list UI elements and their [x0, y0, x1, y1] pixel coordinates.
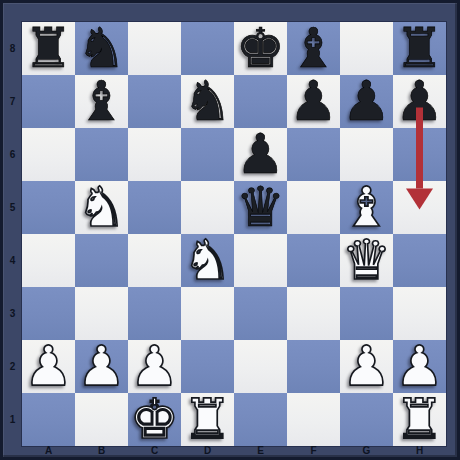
square-f8[interactable]: ♝ [287, 22, 340, 75]
square-g2[interactable]: ♟ [340, 340, 393, 393]
white-pawn-g2[interactable]: ♟ [340, 340, 393, 393]
rank-label-2: 2 [3, 340, 22, 393]
file-label-c: C [128, 444, 181, 457]
square-d3[interactable] [181, 287, 234, 340]
white-queen-g4[interactable]: ♛ [340, 234, 393, 287]
square-g3[interactable] [340, 287, 393, 340]
square-e1[interactable] [234, 393, 287, 446]
white-pawn-a2[interactable]: ♟ [22, 340, 75, 393]
rank-label-6: 6 [3, 128, 22, 181]
square-e7[interactable] [234, 75, 287, 128]
white-knight-b5[interactable]: ♞ [75, 181, 128, 234]
square-d8[interactable] [181, 22, 234, 75]
square-f2[interactable] [287, 340, 340, 393]
white-knight-d4[interactable]: ♞ [181, 234, 234, 287]
square-h6[interactable] [393, 128, 446, 181]
file-label-f: F [287, 444, 340, 457]
black-rook-a8[interactable]: ♜ [22, 22, 75, 75]
white-pawn-c2[interactable]: ♟ [128, 340, 181, 393]
square-a1[interactable] [22, 393, 75, 446]
square-d4[interactable]: ♞ [181, 234, 234, 287]
square-e6[interactable]: ♟ [234, 128, 287, 181]
white-pawn-b2[interactable]: ♟ [75, 340, 128, 393]
square-g4[interactable]: ♛ [340, 234, 393, 287]
black-rook-h8[interactable]: ♜ [393, 22, 446, 75]
square-h8[interactable]: ♜ [393, 22, 446, 75]
chess-board: ♜♞♚♝♜♝♞♟♟♟♟♞♛♝♞♛♟♟♟♟♟♚♜♜ [22, 22, 446, 446]
black-bishop-f8[interactable]: ♝ [287, 22, 340, 75]
file-labels: ABCDEFGH [22, 444, 446, 457]
square-c8[interactable] [128, 22, 181, 75]
square-h1[interactable]: ♜ [393, 393, 446, 446]
square-g7[interactable]: ♟ [340, 75, 393, 128]
square-f3[interactable] [287, 287, 340, 340]
square-e4[interactable] [234, 234, 287, 287]
square-d1[interactable]: ♜ [181, 393, 234, 446]
square-a4[interactable] [22, 234, 75, 287]
square-e8[interactable]: ♚ [234, 22, 287, 75]
square-f7[interactable]: ♟ [287, 75, 340, 128]
square-a5[interactable] [22, 181, 75, 234]
file-label-e: E [234, 444, 287, 457]
square-c2[interactable]: ♟ [128, 340, 181, 393]
square-b3[interactable] [75, 287, 128, 340]
file-label-h: H [393, 444, 446, 457]
white-rook-d1[interactable]: ♜ [181, 393, 234, 446]
square-b4[interactable] [75, 234, 128, 287]
square-e5[interactable]: ♛ [234, 181, 287, 234]
square-c7[interactable] [128, 75, 181, 128]
square-f4[interactable] [287, 234, 340, 287]
square-a6[interactable] [22, 128, 75, 181]
rank-label-3: 3 [3, 287, 22, 340]
rank-label-7: 7 [3, 75, 22, 128]
square-h5[interactable] [393, 181, 446, 234]
square-c3[interactable] [128, 287, 181, 340]
square-d5[interactable] [181, 181, 234, 234]
chess-board-frame: ♜♞♚♝♜♝♞♟♟♟♟♞♛♝♞♛♟♟♟♟♟♚♜♜ 87654321 ABCDEF… [0, 0, 460, 460]
square-a8[interactable]: ♜ [22, 22, 75, 75]
square-d7[interactable]: ♞ [181, 75, 234, 128]
square-h7[interactable]: ♟ [393, 75, 446, 128]
black-king-e8[interactable]: ♚ [234, 22, 287, 75]
file-label-g: G [340, 444, 393, 457]
square-f5[interactable] [287, 181, 340, 234]
black-knight-d7[interactable]: ♞ [181, 75, 234, 128]
square-b1[interactable] [75, 393, 128, 446]
square-a7[interactable] [22, 75, 75, 128]
square-a2[interactable]: ♟ [22, 340, 75, 393]
black-pawn-h7[interactable]: ♟ [393, 75, 446, 128]
square-e3[interactable] [234, 287, 287, 340]
square-h2[interactable]: ♟ [393, 340, 446, 393]
square-d2[interactable] [181, 340, 234, 393]
square-b2[interactable]: ♟ [75, 340, 128, 393]
square-h4[interactable] [393, 234, 446, 287]
rank-label-8: 8 [3, 22, 22, 75]
square-g5[interactable]: ♝ [340, 181, 393, 234]
black-pawn-e6[interactable]: ♟ [234, 128, 287, 181]
square-b8[interactable]: ♞ [75, 22, 128, 75]
rank-label-1: 1 [3, 393, 22, 446]
rank-labels: 87654321 [3, 22, 22, 446]
rank-label-4: 4 [3, 234, 22, 287]
black-pawn-g7[interactable]: ♟ [340, 75, 393, 128]
file-label-d: D [181, 444, 234, 457]
black-bishop-b7[interactable]: ♝ [75, 75, 128, 128]
square-f6[interactable] [287, 128, 340, 181]
file-label-b: B [75, 444, 128, 457]
black-knight-b8[interactable]: ♞ [75, 22, 128, 75]
square-c1[interactable]: ♚ [128, 393, 181, 446]
square-b5[interactable]: ♞ [75, 181, 128, 234]
white-king-c1[interactable]: ♚ [128, 393, 181, 446]
square-c5[interactable] [128, 181, 181, 234]
square-f1[interactable] [287, 393, 340, 446]
square-b7[interactable]: ♝ [75, 75, 128, 128]
square-c6[interactable] [128, 128, 181, 181]
square-h3[interactable] [393, 287, 446, 340]
file-label-a: A [22, 444, 75, 457]
white-rook-h1[interactable]: ♜ [393, 393, 446, 446]
black-queen-e5[interactable]: ♛ [234, 181, 287, 234]
rank-label-5: 5 [3, 181, 22, 234]
square-b6[interactable] [75, 128, 128, 181]
square-c4[interactable] [128, 234, 181, 287]
square-d6[interactable] [181, 128, 234, 181]
square-g1[interactable] [340, 393, 393, 446]
black-pawn-f7[interactable]: ♟ [287, 75, 340, 128]
square-a3[interactable] [22, 287, 75, 340]
white-pawn-h2[interactable]: ♟ [393, 340, 446, 393]
square-g8[interactable] [340, 22, 393, 75]
square-e2[interactable] [234, 340, 287, 393]
square-g6[interactable] [340, 128, 393, 181]
white-bishop-g5[interactable]: ♝ [340, 181, 393, 234]
